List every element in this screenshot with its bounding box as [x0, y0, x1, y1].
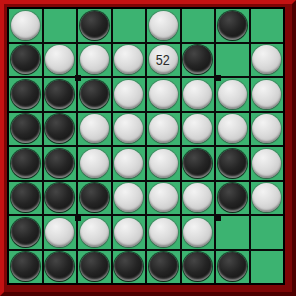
black-disc-a7	[11, 218, 40, 247]
black-disc-g6	[218, 183, 247, 212]
cell-e8[interactable]	[147, 251, 180, 284]
cell-f1[interactable]	[182, 9, 215, 42]
white-disc-e7	[149, 218, 178, 247]
black-disc-g5	[218, 149, 247, 178]
black-disc-a6	[11, 183, 40, 212]
cell-a7[interactable]	[9, 216, 42, 249]
white-disc-e1	[149, 11, 178, 40]
white-disc-d2	[114, 45, 143, 74]
white-disc-c7	[80, 218, 109, 247]
cell-h3[interactable]	[251, 78, 284, 111]
black-disc-f2	[183, 45, 212, 74]
cell-g1[interactable]	[216, 9, 249, 42]
white-disc-b2	[45, 45, 74, 74]
black-disc-b5	[45, 149, 74, 178]
cell-g6[interactable]	[216, 182, 249, 215]
cell-b6[interactable]	[44, 182, 77, 215]
cell-d3[interactable]	[113, 78, 146, 111]
cell-g5[interactable]	[216, 147, 249, 180]
white-disc-d3	[114, 80, 143, 109]
black-disc-b3	[45, 80, 74, 109]
cell-c7[interactable]	[78, 216, 111, 249]
star-point	[75, 75, 81, 81]
black-disc-c1	[80, 11, 109, 40]
star-point	[75, 215, 81, 221]
black-disc-f5	[183, 149, 212, 178]
board-grid: 52	[9, 9, 283, 283]
cell-c5[interactable]	[78, 147, 111, 180]
cell-g2[interactable]	[216, 44, 249, 77]
cell-f3[interactable]	[182, 78, 215, 111]
cell-h7[interactable]	[251, 216, 284, 249]
cell-h1[interactable]	[251, 9, 284, 42]
cell-d4[interactable]	[113, 113, 146, 146]
cell-b7[interactable]	[44, 216, 77, 249]
cell-f5[interactable]	[182, 147, 215, 180]
cell-f6[interactable]	[182, 182, 215, 215]
cell-b3[interactable]	[44, 78, 77, 111]
cell-d8[interactable]	[113, 251, 146, 284]
black-disc-f8	[183, 252, 212, 281]
cell-e2[interactable]: 52	[147, 44, 180, 77]
cell-h2[interactable]	[251, 44, 284, 77]
cell-a4[interactable]	[9, 113, 42, 146]
white-disc-c4	[80, 114, 109, 143]
white-disc-c2	[80, 45, 109, 74]
white-disc-h6	[252, 183, 281, 212]
cell-f8[interactable]	[182, 251, 215, 284]
black-disc-e8	[149, 252, 178, 281]
white-disc-g3	[218, 80, 247, 109]
white-disc-d6	[114, 183, 143, 212]
cell-g3[interactable]	[216, 78, 249, 111]
cell-g8[interactable]	[216, 251, 249, 284]
cell-h5[interactable]	[251, 147, 284, 180]
black-disc-g1	[218, 11, 247, 40]
cell-e5[interactable]	[147, 147, 180, 180]
cell-c4[interactable]	[78, 113, 111, 146]
white-disc-h3	[252, 80, 281, 109]
white-disc-g4	[218, 114, 247, 143]
black-disc-c6	[80, 183, 109, 212]
cell-c2[interactable]	[78, 44, 111, 77]
white-disc-d4	[114, 114, 143, 143]
cell-a1[interactable]	[9, 9, 42, 42]
black-disc-a2	[11, 45, 40, 74]
cell-d2[interactable]	[113, 44, 146, 77]
black-disc-d8	[114, 252, 143, 281]
black-disc-g8	[218, 252, 247, 281]
white-disc-b7	[45, 218, 74, 247]
cell-h6[interactable]	[251, 182, 284, 215]
white-disc-f3	[183, 80, 212, 109]
white-disc-h4	[252, 114, 281, 143]
black-disc-a5	[11, 149, 40, 178]
cell-b1[interactable]	[44, 9, 77, 42]
white-disc-d7	[114, 218, 143, 247]
black-disc-c3	[80, 80, 109, 109]
white-disc-e6	[149, 183, 178, 212]
white-disc-f7	[183, 218, 212, 247]
cell-b5[interactable]	[44, 147, 77, 180]
cell-c1[interactable]	[78, 9, 111, 42]
cell-d1[interactable]	[113, 9, 146, 42]
white-disc-e2: 52	[149, 45, 178, 74]
white-disc-f4	[183, 114, 212, 143]
black-disc-a8	[11, 252, 40, 281]
othello-board: 52	[7, 7, 285, 285]
cell-h8[interactable]	[251, 251, 284, 284]
cell-a5[interactable]	[9, 147, 42, 180]
cell-b8[interactable]	[44, 251, 77, 284]
cell-f7[interactable]	[182, 216, 215, 249]
cell-d5[interactable]	[113, 147, 146, 180]
star-point	[215, 215, 221, 221]
white-disc-h2	[252, 45, 281, 74]
cell-b4[interactable]	[44, 113, 77, 146]
white-disc-a1	[11, 11, 40, 40]
cell-a3[interactable]	[9, 78, 42, 111]
board-frame: 52	[0, 0, 296, 296]
cell-a2[interactable]	[9, 44, 42, 77]
black-disc-a3	[11, 80, 40, 109]
black-disc-a4	[11, 114, 40, 143]
cell-g4[interactable]	[216, 113, 249, 146]
star-point	[215, 75, 221, 81]
cell-e7[interactable]	[147, 216, 180, 249]
black-disc-b4	[45, 114, 74, 143]
cell-b2[interactable]	[44, 44, 77, 77]
black-disc-b8	[45, 252, 74, 281]
cell-a8[interactable]	[9, 251, 42, 284]
white-disc-e5	[149, 149, 178, 178]
white-disc-f6	[183, 183, 212, 212]
cell-e3[interactable]	[147, 78, 180, 111]
black-disc-b6	[45, 183, 74, 212]
cell-e4[interactable]	[147, 113, 180, 146]
cell-c3[interactable]	[78, 78, 111, 111]
cell-f2[interactable]	[182, 44, 215, 77]
cell-f4[interactable]	[182, 113, 215, 146]
cell-a6[interactable]	[9, 182, 42, 215]
cell-c6[interactable]	[78, 182, 111, 215]
white-disc-e3	[149, 80, 178, 109]
cell-e6[interactable]	[147, 182, 180, 215]
cell-d6[interactable]	[113, 182, 146, 215]
cell-e1[interactable]	[147, 9, 180, 42]
cell-c8[interactable]	[78, 251, 111, 284]
last-move-number: 52	[156, 53, 170, 67]
white-disc-c5	[80, 149, 109, 178]
black-disc-c8	[80, 252, 109, 281]
white-disc-d5	[114, 149, 143, 178]
white-disc-e4	[149, 114, 178, 143]
cell-h4[interactable]	[251, 113, 284, 146]
cell-d7[interactable]	[113, 216, 146, 249]
white-disc-h5	[252, 149, 281, 178]
